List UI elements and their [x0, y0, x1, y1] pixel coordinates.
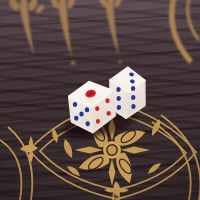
backgammon-board-scene: [0, 0, 200, 200]
dice-layer: [0, 0, 200, 200]
